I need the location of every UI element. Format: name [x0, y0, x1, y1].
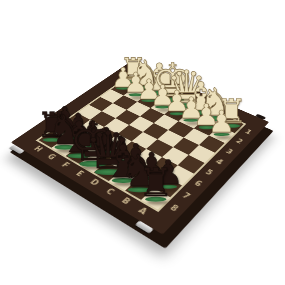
piece-white-pawn-a2[interactable]: ♟: [208, 107, 235, 137]
photo-canvas: HGFEDCBA 12345678 ♜♞♝♚♛♝♞♜♟♟♟♟♟♟♟♟♟♟♟♟♟♟…: [0, 0, 285, 285]
pawn-glyph: ♟: [208, 107, 235, 137]
clasp-icon: [135, 220, 154, 233]
hinge-icon: [255, 114, 266, 120]
clasp-icon: [9, 145, 24, 155]
rook-glyph: ♜: [138, 163, 173, 202]
piece-black-rook-a8[interactable]: ♜: [138, 163, 173, 202]
